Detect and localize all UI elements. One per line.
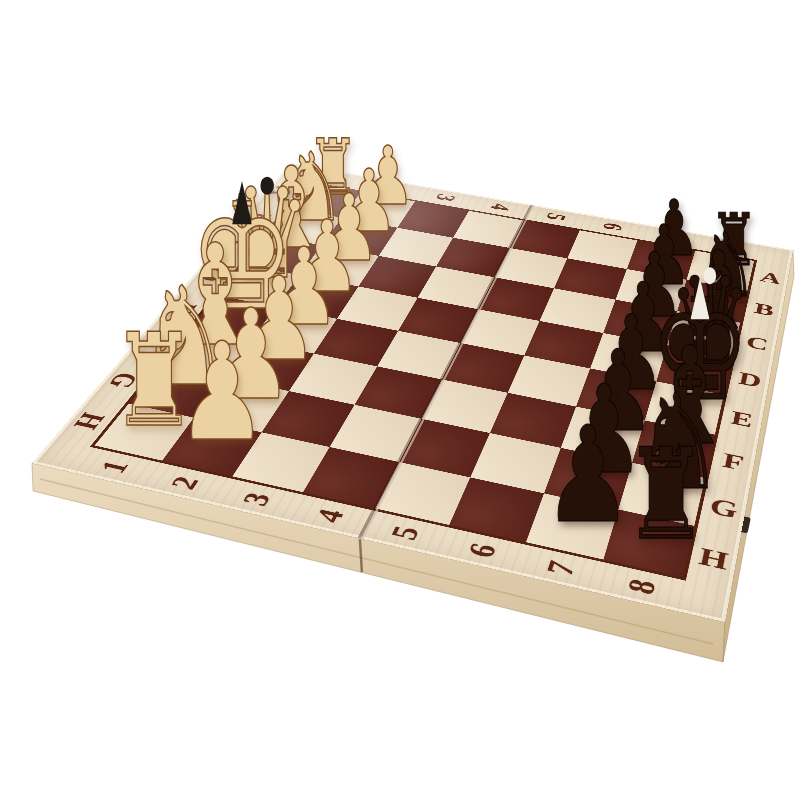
coord-rank-far-6: 6	[599, 221, 627, 232]
coord-rank-near-7: 7	[540, 558, 580, 579]
coord-rank-near-5: 5	[385, 523, 425, 542]
coord-rank-far-4: 4	[486, 202, 514, 212]
coord-file-near-A: A	[759, 269, 782, 286]
coord-rank-near-4: 4	[310, 506, 350, 525]
coord-rank-near-2: 2	[165, 474, 205, 492]
coord-rank-near-8: 8	[621, 576, 661, 597]
piece-black-rook[interactable]: ♜	[624, 433, 709, 559]
chess-set-photo: HH11GG22FF33EE44DD55CC66BB77AA88 ♜♟♞♟♝♟♟…	[0, 0, 800, 800]
coord-rank-far-5: 5	[542, 212, 570, 223]
coord-rank-near-6: 6	[462, 540, 502, 560]
coord-rank-near-3: 3	[236, 490, 276, 509]
piece-white-pawn[interactable]: ♟	[176, 326, 267, 461]
coord-rank-far-3: 3	[432, 193, 460, 203]
coord-rank-near-1: 1	[94, 458, 134, 476]
piece-black-pawn[interactable]: ♟	[543, 409, 632, 542]
black-king-finial	[691, 278, 710, 320]
